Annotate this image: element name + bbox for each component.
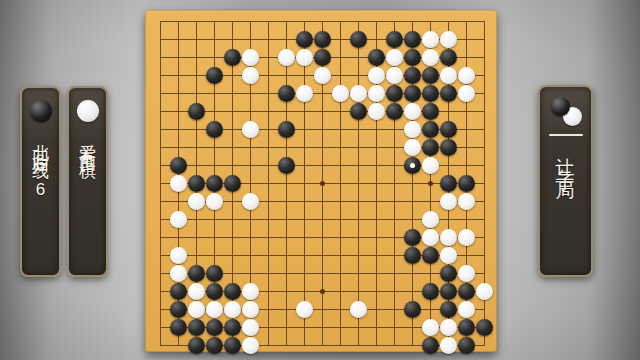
player-plaque-black: 北回归线66	[20, 86, 61, 277]
black-stone	[458, 283, 475, 300]
black-stone	[440, 283, 457, 300]
white-stone	[368, 103, 385, 120]
white-stone	[224, 301, 241, 318]
black-stone	[386, 31, 403, 48]
white-stone	[440, 229, 457, 246]
black-stone	[386, 103, 403, 120]
white-stone	[170, 265, 187, 282]
white-stone	[422, 31, 439, 48]
white-stone	[422, 229, 439, 246]
white-stone	[296, 49, 313, 66]
black-stone	[278, 157, 295, 174]
white-stone	[422, 211, 439, 228]
white-stone	[368, 67, 385, 84]
white-stone	[188, 283, 205, 300]
white-stone	[458, 193, 475, 210]
white-stone	[170, 211, 187, 228]
white-stone	[350, 85, 367, 102]
star-point	[428, 181, 433, 186]
black-stone	[422, 85, 439, 102]
player-name-black: 北回归线66	[32, 131, 49, 205]
last-move-marker	[410, 163, 415, 168]
black-stone	[224, 319, 241, 336]
white-stone	[440, 31, 457, 48]
black-stone	[422, 247, 439, 264]
black-stone	[404, 67, 421, 84]
black-stone	[188, 337, 205, 354]
black-stone	[206, 283, 223, 300]
black-stone	[476, 319, 493, 336]
black-stone	[404, 301, 421, 318]
white-stone	[422, 49, 439, 66]
white-stone	[296, 85, 313, 102]
white-stone	[242, 319, 259, 336]
black-stone	[404, 49, 421, 66]
black-stone	[188, 103, 205, 120]
black-stone	[206, 67, 223, 84]
black-stone	[188, 319, 205, 336]
black-stone	[224, 283, 241, 300]
black-stone	[278, 85, 295, 102]
black-stone	[224, 337, 241, 354]
white-stone	[296, 301, 313, 318]
white-stone	[170, 175, 187, 192]
black-stone	[404, 157, 421, 174]
black-stone	[422, 139, 439, 156]
black-stone	[206, 175, 223, 192]
black-stone	[404, 31, 421, 48]
black-stone	[188, 175, 205, 192]
black-stone	[404, 247, 421, 264]
white-stone	[242, 121, 259, 138]
black-stone	[170, 157, 187, 174]
plaque-divider	[549, 134, 583, 136]
black-stone	[170, 301, 187, 318]
black-stone	[422, 103, 439, 120]
white-stone	[242, 301, 259, 318]
black-stone	[440, 139, 457, 156]
white-stone	[188, 301, 205, 318]
black-stone	[422, 283, 439, 300]
white-stone	[206, 301, 223, 318]
black-stone	[440, 85, 457, 102]
white-stone	[206, 193, 223, 210]
white-stone	[350, 301, 367, 318]
black-stone	[314, 31, 331, 48]
board-grid[interactable]	[160, 21, 485, 346]
star-point	[320, 181, 325, 186]
white-stone	[314, 67, 331, 84]
game-type-plaque: 让三子局	[538, 85, 593, 277]
black-stone	[440, 265, 457, 282]
black-white-stones-icon	[549, 97, 583, 127]
star-point	[320, 289, 325, 294]
black-stone	[458, 175, 475, 192]
black-stone	[188, 265, 205, 282]
white-stone	[242, 337, 259, 354]
white-stone	[242, 283, 259, 300]
white-stone-icon	[76, 99, 100, 123]
white-stone	[278, 49, 295, 66]
black-stone	[386, 85, 403, 102]
white-stone	[404, 121, 421, 138]
white-stone	[440, 337, 457, 354]
white-stone	[242, 67, 259, 84]
white-stone	[440, 67, 457, 84]
black-stone	[404, 85, 421, 102]
black-stone	[296, 31, 313, 48]
black-stone	[422, 121, 439, 138]
black-stone	[458, 337, 475, 354]
white-stone	[386, 67, 403, 84]
black-stone	[170, 319, 187, 336]
black-stone	[224, 175, 241, 192]
white-stone	[422, 319, 439, 336]
white-stone	[458, 265, 475, 282]
white-stone	[404, 103, 421, 120]
black-stone	[422, 67, 439, 84]
game-type-label: 让三子局	[556, 142, 575, 174]
black-stone	[458, 319, 475, 336]
white-stone	[170, 247, 187, 264]
black-stone-icon	[29, 99, 53, 123]
black-stone	[314, 49, 331, 66]
black-stone	[440, 301, 457, 318]
black-stone	[206, 121, 223, 138]
white-stone	[386, 49, 403, 66]
black-stone	[422, 337, 439, 354]
black-stone	[440, 175, 457, 192]
black-stone	[404, 229, 421, 246]
white-stone	[440, 319, 457, 336]
black-stone	[440, 121, 457, 138]
white-stone	[422, 157, 439, 174]
black-stone	[206, 265, 223, 282]
white-stone	[476, 283, 493, 300]
app-plaque: 爱奇围棋	[67, 86, 108, 277]
black-stone	[350, 103, 367, 120]
black-stone	[350, 31, 367, 48]
white-stone	[242, 49, 259, 66]
white-stone	[458, 67, 475, 84]
white-stone	[332, 85, 349, 102]
white-stone	[458, 229, 475, 246]
white-stone	[458, 301, 475, 318]
white-stone	[242, 193, 259, 210]
go-board[interactable]	[145, 10, 497, 352]
white-stone	[368, 85, 385, 102]
black-stone	[278, 121, 295, 138]
black-stone	[368, 49, 385, 66]
black-stone	[224, 49, 241, 66]
black-stone	[440, 49, 457, 66]
white-stone	[404, 139, 421, 156]
white-stone	[440, 193, 457, 210]
black-stone	[170, 283, 187, 300]
white-stone	[188, 193, 205, 210]
black-stone	[206, 319, 223, 336]
app-name-label: 爱奇围棋	[79, 131, 96, 155]
white-stone	[440, 247, 457, 264]
black-stone	[206, 337, 223, 354]
white-stone	[458, 85, 475, 102]
